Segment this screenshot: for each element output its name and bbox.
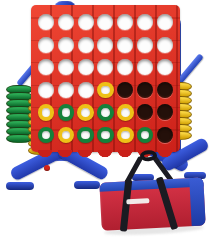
cell-r5c2: [56, 101, 76, 124]
cell-r4c6: [135, 79, 155, 102]
cell-r6c7: [155, 124, 175, 147]
bag-end-panel: [189, 177, 205, 226]
disc-green: [97, 127, 114, 144]
empty-hole: [38, 14, 54, 30]
empty-hole: [157, 104, 173, 120]
empty-hole: [38, 59, 54, 75]
empty-hole: [117, 82, 133, 98]
cell-r6c4: [96, 124, 116, 147]
cell-r3c5: [115, 56, 135, 79]
cell-r1c5: [115, 11, 135, 34]
cell-r4c4: [96, 79, 116, 102]
cell-r3c2: [56, 56, 76, 79]
cell-r3c1: [36, 56, 56, 79]
cell-r5c3: [76, 101, 96, 124]
cell-r2c1: [36, 34, 56, 57]
cell-r3c6: [135, 56, 155, 79]
cell-r1c3: [76, 11, 96, 34]
disc-green: [38, 127, 55, 144]
cell-r1c4: [96, 11, 116, 34]
cell-r6c2: [56, 124, 76, 147]
cell-r6c3: [76, 124, 96, 147]
disc-yellow: [77, 104, 94, 121]
empty-hole: [78, 82, 94, 98]
empty-hole: [157, 59, 173, 75]
cell-r4c3: [76, 79, 96, 102]
empty-hole: [117, 37, 133, 53]
disc-yellow: [117, 127, 134, 144]
disc-yellow: [97, 82, 114, 99]
cell-r5c4: [96, 101, 116, 124]
cell-r4c7: [155, 79, 175, 102]
cell-r2c5: [115, 34, 135, 57]
cell-r2c7: [155, 34, 175, 57]
cell-r2c3: [76, 34, 96, 57]
empty-hole: [97, 37, 113, 53]
cell-r4c2: [56, 79, 76, 102]
cell-r3c3: [76, 56, 96, 79]
empty-hole: [58, 37, 74, 53]
empty-hole: [137, 14, 153, 30]
cell-r6c5: [115, 124, 135, 147]
empty-hole: [58, 14, 74, 30]
empty-hole: [78, 37, 94, 53]
cell-r2c2: [56, 34, 76, 57]
empty-hole: [137, 59, 153, 75]
empty-hole: [137, 82, 153, 98]
cell-r2c6: [135, 34, 155, 57]
cell-r6c1: [36, 124, 56, 147]
cell-r5c1: [36, 101, 56, 124]
cell-r3c7: [155, 56, 175, 79]
cell-r5c6: [135, 101, 155, 124]
red-bolt-knob: [44, 165, 50, 171]
empty-hole: [38, 82, 54, 98]
empty-hole: [157, 82, 173, 98]
empty-hole: [58, 82, 74, 98]
product-photo-giant-connect-four: [0, 0, 209, 240]
disc-green: [58, 104, 75, 121]
cell-r4c1: [36, 79, 56, 102]
empty-hole: [117, 59, 133, 75]
empty-hole: [78, 59, 94, 75]
empty-hole: [137, 104, 153, 120]
disc-green: [137, 127, 154, 144]
empty-hole: [157, 127, 173, 143]
empty-hole: [157, 37, 173, 53]
cell-r1c1: [36, 11, 56, 34]
carry-bag: [98, 149, 209, 239]
cell-r2c4: [96, 34, 116, 57]
empty-hole: [38, 37, 54, 53]
empty-hole: [117, 14, 133, 30]
cell-r1c6: [135, 11, 155, 34]
disc-yellow: [117, 104, 134, 121]
left-foot-back-pad: [74, 181, 100, 189]
empty-hole: [97, 14, 113, 30]
disc-yellow: [58, 127, 75, 144]
cell-r5c7: [155, 101, 175, 124]
cell-r4c5: [115, 79, 135, 102]
empty-hole: [78, 14, 94, 30]
cell-r1c2: [56, 11, 76, 34]
empty-hole: [157, 14, 173, 30]
board-grid: [36, 11, 175, 146]
disc-green: [77, 127, 94, 144]
disc-green: [97, 104, 114, 121]
cell-r1c7: [155, 11, 175, 34]
left-foot-front-pad: [6, 182, 34, 190]
cell-r6c6: [135, 124, 155, 147]
empty-hole: [97, 59, 113, 75]
disc-yellow: [38, 104, 55, 121]
cell-r5c5: [115, 101, 135, 124]
connect-four-board: [31, 5, 180, 152]
empty-hole: [137, 37, 153, 53]
empty-hole: [58, 59, 74, 75]
cell-r3c4: [96, 56, 116, 79]
